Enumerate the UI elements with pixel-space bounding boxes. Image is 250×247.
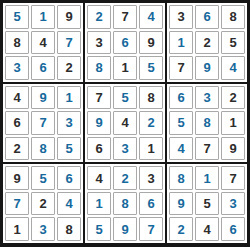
cell-r6c6[interactable]: 1: [139, 137, 163, 161]
cell-r7c1[interactable]: 9: [5, 166, 29, 190]
cell-r1c7[interactable]: 3: [169, 5, 193, 29]
cell-r6c4[interactable]: 6: [87, 137, 111, 161]
cell-r9c9[interactable]: 6: [221, 217, 245, 241]
cell-r6c5[interactable]: 3: [113, 137, 137, 161]
cell-r4c6[interactable]: 8: [139, 86, 163, 110]
cell-r8c1[interactable]: 7: [5, 192, 29, 216]
cell-r2c6[interactable]: 9: [139, 31, 163, 55]
cell-r7c2[interactable]: 5: [31, 166, 55, 190]
cell-r7c9[interactable]: 7: [221, 166, 245, 190]
cell-r9c7[interactable]: 2: [169, 217, 193, 241]
cell-r6c7[interactable]: 4: [169, 137, 193, 161]
cell-r7c8[interactable]: 1: [195, 166, 219, 190]
cell-r7c5[interactable]: 2: [113, 166, 137, 190]
cell-r3c3[interactable]: 2: [57, 56, 81, 80]
cell-r3c5[interactable]: 1: [113, 56, 137, 80]
cell-r6c8[interactable]: 7: [195, 137, 219, 161]
cell-r8c8[interactable]: 5: [195, 192, 219, 216]
cell-r8c7[interactable]: 9: [169, 192, 193, 216]
cell-r4c7[interactable]: 6: [169, 86, 193, 110]
box-5: 758942631: [84, 83, 166, 164]
cell-r9c1[interactable]: 1: [5, 217, 29, 241]
cell-r6c1[interactable]: 2: [5, 137, 29, 161]
cell-r5c2[interactable]: 7: [31, 111, 55, 135]
cell-r4c2[interactable]: 9: [31, 86, 55, 110]
cell-r4c5[interactable]: 5: [113, 86, 137, 110]
box-3: 368125794: [166, 2, 248, 83]
box-2: 274369815: [84, 2, 166, 83]
cell-r5c8[interactable]: 8: [195, 111, 219, 135]
cell-r3c1[interactable]: 3: [5, 56, 29, 80]
box-8: 423186597: [84, 163, 166, 244]
cell-r7c6[interactable]: 3: [139, 166, 163, 190]
cell-r3c7[interactable]: 7: [169, 56, 193, 80]
cell-r2c1[interactable]: 8: [5, 31, 29, 55]
cell-r1c8[interactable]: 6: [195, 5, 219, 29]
cell-r3c9[interactable]: 4: [221, 56, 245, 80]
cell-r4c1[interactable]: 4: [5, 86, 29, 110]
cell-r2c4[interactable]: 3: [87, 31, 111, 55]
box-4: 491673285: [2, 83, 84, 164]
cell-r9c3[interactable]: 8: [57, 217, 81, 241]
cell-r8c5[interactable]: 8: [113, 192, 137, 216]
cell-r2c3[interactable]: 7: [57, 31, 81, 55]
cell-r5c5[interactable]: 4: [113, 111, 137, 135]
cell-r5c6[interactable]: 2: [139, 111, 163, 135]
cell-r8c4[interactable]: 1: [87, 192, 111, 216]
cell-r5c3[interactable]: 3: [57, 111, 81, 135]
cell-r1c9[interactable]: 8: [221, 5, 245, 29]
sudoku-board: 5198473622743698153681257944916732857589…: [0, 0, 250, 247]
cell-r4c3[interactable]: 1: [57, 86, 81, 110]
cell-r4c4[interactable]: 7: [87, 86, 111, 110]
cell-r2c8[interactable]: 2: [195, 31, 219, 55]
cell-r1c2[interactable]: 1: [31, 5, 55, 29]
cell-r4c9[interactable]: 2: [221, 86, 245, 110]
cell-r3c6[interactable]: 5: [139, 56, 163, 80]
cell-r2c2[interactable]: 4: [31, 31, 55, 55]
cell-r6c9[interactable]: 9: [221, 137, 245, 161]
cell-r6c2[interactable]: 8: [31, 137, 55, 161]
cell-r1c4[interactable]: 2: [87, 5, 111, 29]
cell-r1c1[interactable]: 5: [5, 5, 29, 29]
box-9: 817953246: [166, 163, 248, 244]
cell-r9c5[interactable]: 9: [113, 217, 137, 241]
cell-r1c6[interactable]: 4: [139, 5, 163, 29]
cell-r5c7[interactable]: 5: [169, 111, 193, 135]
cell-r8c6[interactable]: 6: [139, 192, 163, 216]
cell-r6c3[interactable]: 5: [57, 137, 81, 161]
cell-r2c5[interactable]: 6: [113, 31, 137, 55]
cell-r1c3[interactable]: 9: [57, 5, 81, 29]
cell-r7c4[interactable]: 4: [87, 166, 111, 190]
cell-r8c2[interactable]: 2: [31, 192, 55, 216]
box-7: 956724138: [2, 163, 84, 244]
cell-r7c7[interactable]: 8: [169, 166, 193, 190]
cell-r9c2[interactable]: 3: [31, 217, 55, 241]
cell-r9c6[interactable]: 7: [139, 217, 163, 241]
cell-r5c9[interactable]: 1: [221, 111, 245, 135]
cell-r5c4[interactable]: 9: [87, 111, 111, 135]
cell-r9c8[interactable]: 4: [195, 217, 219, 241]
cell-r1c5[interactable]: 7: [113, 5, 137, 29]
cell-r3c4[interactable]: 8: [87, 56, 111, 80]
cell-r9c4[interactable]: 5: [87, 217, 111, 241]
cell-r7c3[interactable]: 6: [57, 166, 81, 190]
cell-r2c7[interactable]: 1: [169, 31, 193, 55]
cell-r2c9[interactable]: 5: [221, 31, 245, 55]
cell-r8c3[interactable]: 4: [57, 192, 81, 216]
cell-r8c9[interactable]: 3: [221, 192, 245, 216]
box-6: 632581479: [166, 83, 248, 164]
cell-r5c1[interactable]: 6: [5, 111, 29, 135]
cell-r4c8[interactable]: 3: [195, 86, 219, 110]
cell-r3c8[interactable]: 9: [195, 56, 219, 80]
cell-r3c2[interactable]: 6: [31, 56, 55, 80]
box-1: 519847362: [2, 2, 84, 83]
